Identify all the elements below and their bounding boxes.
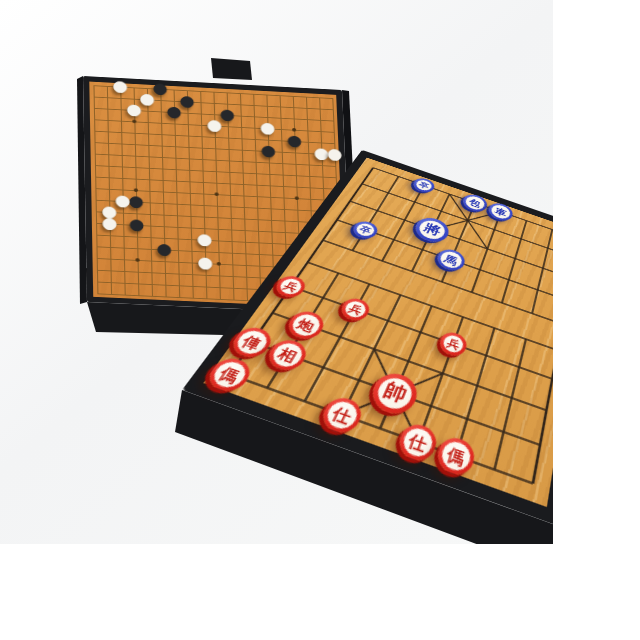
- piece-face: 兵: [342, 299, 369, 321]
- piece-character: 相: [276, 346, 300, 365]
- piece-face: 仕: [323, 398, 361, 431]
- piece-character: 將: [422, 222, 443, 238]
- piece-character: 仕: [407, 431, 429, 453]
- piece-character: 仕: [330, 404, 354, 425]
- piece-character: 兵: [282, 280, 300, 293]
- piece-character: 兵: [445, 337, 461, 351]
- piece-character: 馬: [443, 253, 459, 266]
- go-stone-black: ●: [261, 143, 277, 159]
- piece-character: 傌: [445, 445, 466, 467]
- go-star-point: [217, 262, 221, 266]
- go-stone-black: ●: [129, 216, 145, 232]
- piece-face: 仕: [400, 425, 435, 460]
- piece-character: 帥: [381, 380, 409, 406]
- photo-crop-bottom: [0, 544, 640, 640]
- go-stone-black: ●: [287, 133, 303, 149]
- piece-character: 車: [494, 206, 508, 217]
- go-stone-white: ●: [197, 231, 213, 247]
- piece-character: 包: [468, 197, 482, 208]
- piece-character: 卒: [358, 224, 373, 235]
- piece-character: 傌: [217, 364, 243, 384]
- go-star-point: [135, 258, 139, 262]
- go-star-point: [215, 192, 219, 196]
- go-stone-white: ●: [102, 215, 118, 231]
- piece-face: 帥: [373, 374, 416, 413]
- piece-face: 兵: [441, 333, 466, 356]
- piece-character: 兵: [347, 303, 364, 317]
- piece-face: 傌: [439, 439, 473, 474]
- go-hinge-tab-icon: [211, 58, 252, 80]
- product-photo-stage: ●●●●●●●●●●●●●●●●●●●●● 卒包車將卒馬兵兵兵炮俥相帥傌仕仕傌: [0, 0, 640, 640]
- go-stone-white: ●: [327, 146, 343, 162]
- go-stone-black: ●: [166, 104, 182, 120]
- piece-character: 炮: [295, 316, 317, 333]
- go-stone-white: ●: [197, 255, 213, 271]
- go-stone-white: ●: [260, 120, 276, 136]
- piece-face: 卒: [353, 221, 377, 238]
- go-stone-white: ●: [112, 78, 128, 94]
- piece-character: 俥: [240, 333, 264, 351]
- piece-face: 馬: [438, 249, 464, 270]
- go-star-point: [132, 120, 136, 124]
- go-stone-white: ●: [207, 117, 223, 133]
- go-stone-white: ●: [126, 102, 142, 118]
- go-star-point: [295, 196, 299, 200]
- go-stone-black: ●: [156, 241, 172, 257]
- piece-character: 卒: [418, 181, 431, 190]
